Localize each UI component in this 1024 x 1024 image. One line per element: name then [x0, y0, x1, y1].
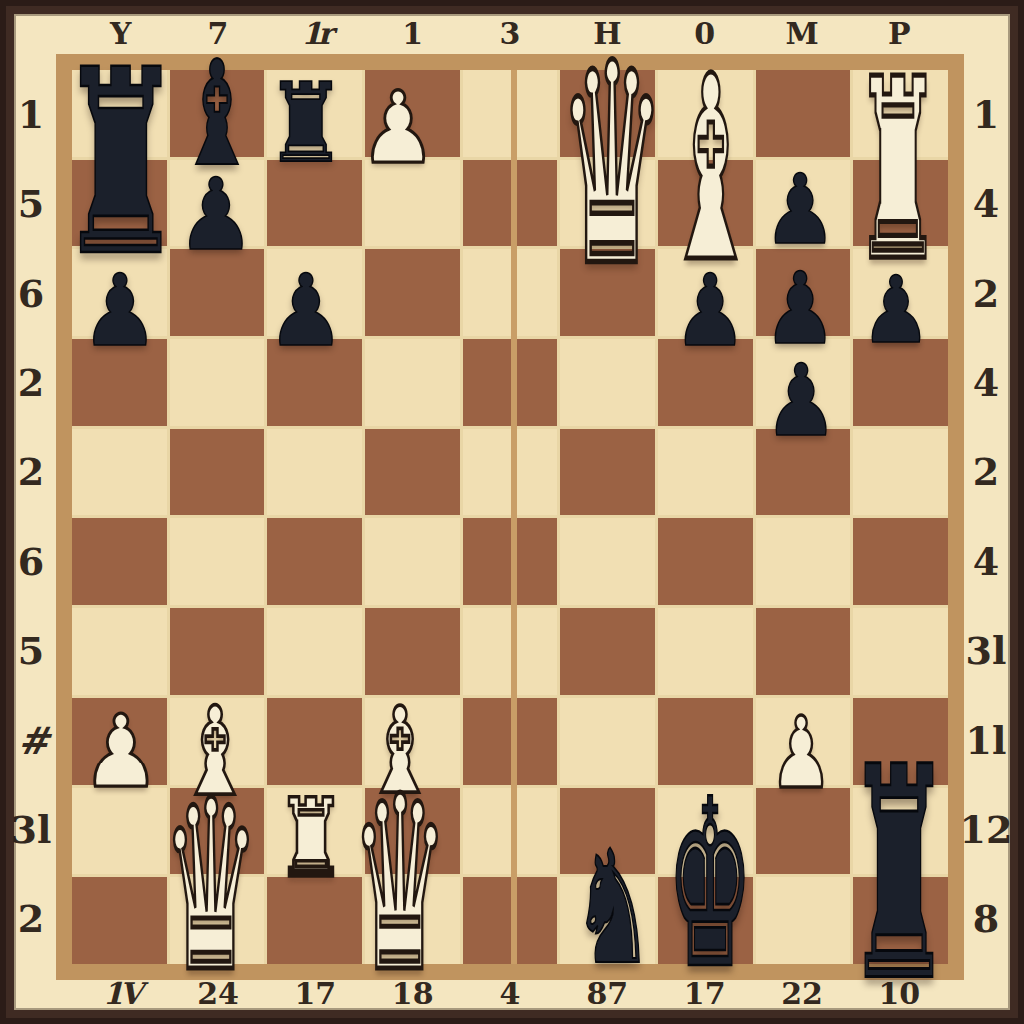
label-top-2: 7	[208, 19, 229, 49]
square-c2r2	[170, 160, 265, 247]
square-c9r10	[853, 877, 948, 964]
label-right-3: 2	[973, 275, 999, 313]
board-squares-grid	[72, 70, 948, 964]
square-c1r3	[72, 249, 167, 336]
square-c1r8	[72, 698, 167, 785]
label-right-4: 4	[973, 364, 999, 402]
square-c3r10	[267, 877, 362, 964]
label-right-2: 4	[973, 185, 999, 223]
square-c8r2	[756, 160, 851, 247]
square-c5r4	[463, 339, 558, 426]
label-left-8: #	[18, 722, 45, 760]
square-c6r6	[560, 518, 655, 605]
label-left-3: 6	[18, 275, 44, 313]
square-c2r9	[170, 788, 265, 875]
square-c9r4	[853, 339, 948, 426]
label-right-6: 4	[973, 543, 999, 581]
square-c7r4	[658, 339, 753, 426]
square-c9r1	[853, 70, 948, 157]
square-c9r5	[853, 429, 948, 516]
square-c5r9	[463, 788, 558, 875]
square-c8r4	[756, 339, 851, 426]
square-c2r8	[170, 698, 265, 785]
label-left-9: 3l	[11, 811, 52, 849]
label-left-6: 6	[18, 543, 44, 581]
square-c7r6	[658, 518, 753, 605]
square-c1r2	[72, 160, 167, 247]
square-c6r4	[560, 339, 655, 426]
square-c6r7	[560, 608, 655, 695]
square-c7r8	[658, 698, 753, 785]
label-left-10: 2	[18, 900, 44, 938]
square-c6r8	[560, 698, 655, 785]
square-c2r1	[170, 70, 265, 157]
label-bottom-8: 22	[781, 979, 823, 1009]
square-c1r6	[72, 518, 167, 605]
label-left-5: 2	[18, 453, 44, 491]
square-c8r8	[756, 698, 851, 785]
square-c7r10	[658, 877, 753, 964]
square-c4r3	[365, 249, 460, 336]
square-c6r9	[560, 788, 655, 875]
square-c5r10	[463, 877, 558, 964]
square-c8r9	[756, 788, 851, 875]
square-c3r1	[267, 70, 362, 157]
square-c5r1	[463, 70, 558, 157]
square-c8r10	[756, 877, 851, 964]
label-right-1: 1	[973, 96, 999, 134]
square-c6r3	[560, 249, 655, 336]
square-c4r1	[365, 70, 460, 157]
square-c3r4	[267, 339, 362, 426]
label-right-10: 8	[973, 900, 999, 938]
label-bottom-7: 17	[684, 979, 726, 1009]
square-c7r7	[658, 608, 753, 695]
label-right-8: 1l	[966, 722, 1007, 760]
square-c8r3	[756, 249, 851, 336]
label-left-4: 2	[18, 364, 44, 402]
square-c9r7	[853, 608, 948, 695]
square-c1r1	[72, 70, 167, 157]
square-c1r5	[72, 429, 167, 516]
square-c5r7	[463, 608, 558, 695]
square-c4r8	[365, 698, 460, 785]
square-c4r6	[365, 518, 460, 605]
label-bottom-6: 87	[586, 979, 628, 1009]
label-top-7: 0	[694, 19, 715, 49]
square-c4r10	[365, 877, 460, 964]
label-top-9: P	[888, 19, 911, 49]
square-c4r5	[365, 429, 460, 516]
square-c7r9	[658, 788, 753, 875]
square-c7r1	[658, 70, 753, 157]
label-top-5: 3	[500, 19, 521, 49]
label-bottom-4: 18	[392, 979, 434, 1009]
square-c3r3	[267, 249, 362, 336]
square-c3r2	[267, 160, 362, 247]
square-c5r3	[463, 249, 558, 336]
square-c1r9	[72, 788, 167, 875]
label-bottom-9: 10	[878, 979, 920, 1009]
label-left-7: 5	[18, 632, 44, 670]
square-c5r2	[463, 160, 558, 247]
board-seam-line	[511, 70, 517, 964]
square-c7r2	[658, 160, 753, 247]
square-c4r4	[365, 339, 460, 426]
square-c9r9	[853, 788, 948, 875]
square-c4r7	[365, 608, 460, 695]
square-c1r10	[72, 877, 167, 964]
square-c7r3	[658, 249, 753, 336]
square-c6r5	[560, 429, 655, 516]
square-c1r4	[72, 339, 167, 426]
square-c8r5	[756, 429, 851, 516]
square-c5r5	[463, 429, 558, 516]
label-left-2: 5	[18, 185, 44, 223]
label-top-4: 1	[402, 19, 423, 49]
square-c9r2	[853, 160, 948, 247]
square-c3r8	[267, 698, 362, 785]
square-c4r9	[365, 788, 460, 875]
square-c8r6	[756, 518, 851, 605]
label-bottom-2: 24	[197, 979, 239, 1009]
square-c9r6	[853, 518, 948, 605]
square-c3r7	[267, 608, 362, 695]
label-bottom-3: 17	[294, 979, 336, 1009]
label-top-1: Y	[110, 19, 131, 49]
label-top-8: M	[785, 19, 818, 49]
square-c2r3	[170, 249, 265, 336]
label-bottom-1: 1V	[103, 979, 139, 1009]
square-c5r8	[463, 698, 558, 785]
chessboard: Y71r13H0MP1V2417184871722101562265#3l214…	[0, 0, 1024, 1024]
square-c1r7	[72, 608, 167, 695]
square-c2r6	[170, 518, 265, 605]
square-c6r10	[560, 877, 655, 964]
square-c2r10	[170, 877, 265, 964]
label-top-3: 1r	[301, 19, 329, 49]
square-c9r3	[853, 249, 948, 336]
square-c2r4	[170, 339, 265, 426]
label-right-7: 3l	[966, 632, 1007, 670]
label-top-6: H	[593, 19, 621, 49]
square-c9r8	[853, 698, 948, 785]
square-c7r5	[658, 429, 753, 516]
square-c3r9	[267, 788, 362, 875]
square-c6r1	[560, 70, 655, 157]
label-left-1: 1	[18, 96, 44, 134]
label-right-5: 2	[973, 453, 999, 491]
label-bottom-5: 4	[500, 979, 521, 1009]
square-c2r7	[170, 608, 265, 695]
square-c2r5	[170, 429, 265, 516]
square-c3r6	[267, 518, 362, 605]
square-c3r5	[267, 429, 362, 516]
label-right-9: 12	[960, 811, 1013, 849]
square-c6r2	[560, 160, 655, 247]
square-c8r1	[756, 70, 851, 157]
square-c5r6	[463, 518, 558, 605]
square-c8r7	[756, 608, 851, 695]
square-c4r2	[365, 160, 460, 247]
